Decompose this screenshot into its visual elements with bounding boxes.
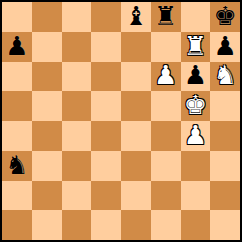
chess-board-container: ♝♜♚♟♜♟♟♟♞♚♟♞ [0, 0, 242, 242]
square-e6[interactable] [121, 62, 151, 92]
square-a6[interactable] [2, 62, 32, 92]
square-f7[interactable] [151, 32, 181, 62]
square-a2[interactable] [2, 181, 32, 211]
square-a3[interactable]: ♞ [2, 151, 32, 181]
square-b4[interactable] [32, 121, 62, 151]
square-b1[interactable] [32, 210, 62, 240]
square-h7[interactable]: ♟ [210, 32, 240, 62]
square-h2[interactable] [210, 181, 240, 211]
square-h8[interactable]: ♚ [210, 2, 240, 32]
square-c2[interactable] [62, 181, 92, 211]
square-b5[interactable] [32, 91, 62, 121]
square-g4[interactable]: ♟ [181, 121, 211, 151]
square-d1[interactable] [91, 210, 121, 240]
piece-black-rook[interactable]: ♜ [154, 3, 177, 29]
piece-black-bishop[interactable]: ♝ [124, 3, 147, 29]
square-e3[interactable] [121, 151, 151, 181]
square-g2[interactable] [181, 181, 211, 211]
square-g3[interactable] [181, 151, 211, 181]
square-c8[interactable] [62, 2, 92, 32]
square-d4[interactable] [91, 121, 121, 151]
square-a5[interactable] [2, 91, 32, 121]
square-f1[interactable] [151, 210, 181, 240]
square-f4[interactable] [151, 121, 181, 151]
chess-board: ♝♜♚♟♜♟♟♟♞♚♟♞ [0, 0, 242, 242]
square-f5[interactable] [151, 91, 181, 121]
square-d8[interactable] [91, 2, 121, 32]
square-h1[interactable] [210, 210, 240, 240]
square-c3[interactable] [62, 151, 92, 181]
square-d6[interactable] [91, 62, 121, 92]
square-f3[interactable] [151, 151, 181, 181]
piece-white-knight[interactable]: ♞ [213, 62, 236, 88]
square-g1[interactable] [181, 210, 211, 240]
square-c4[interactable] [62, 121, 92, 151]
square-f8[interactable]: ♜ [151, 2, 181, 32]
piece-black-knight[interactable]: ♞ [5, 152, 28, 178]
square-h3[interactable] [210, 151, 240, 181]
square-d5[interactable] [91, 91, 121, 121]
piece-white-pawn[interactable]: ♟ [154, 62, 177, 88]
square-b2[interactable] [32, 181, 62, 211]
square-e5[interactable] [121, 91, 151, 121]
square-d3[interactable] [91, 151, 121, 181]
piece-black-pawn[interactable]: ♟ [213, 33, 236, 59]
square-d7[interactable] [91, 32, 121, 62]
piece-black-pawn[interactable]: ♟ [5, 33, 28, 59]
square-e2[interactable] [121, 181, 151, 211]
square-d2[interactable] [91, 181, 121, 211]
piece-white-pawn[interactable]: ♟ [184, 122, 207, 148]
square-c1[interactable] [62, 210, 92, 240]
square-c7[interactable] [62, 32, 92, 62]
piece-white-rook[interactable]: ♜ [184, 33, 207, 59]
square-g6[interactable]: ♟ [181, 62, 211, 92]
square-b7[interactable] [32, 32, 62, 62]
square-f6[interactable]: ♟ [151, 62, 181, 92]
square-b6[interactable] [32, 62, 62, 92]
square-h5[interactable] [210, 91, 240, 121]
square-g5[interactable]: ♚ [181, 91, 211, 121]
square-h6[interactable]: ♞ [210, 62, 240, 92]
piece-white-king[interactable]: ♚ [184, 92, 207, 118]
square-a7[interactable]: ♟ [2, 32, 32, 62]
piece-black-pawn[interactable]: ♟ [184, 62, 207, 88]
square-e7[interactable] [121, 32, 151, 62]
square-g8[interactable] [181, 2, 211, 32]
square-a4[interactable] [2, 121, 32, 151]
square-e8[interactable]: ♝ [121, 2, 151, 32]
square-f2[interactable] [151, 181, 181, 211]
square-b3[interactable] [32, 151, 62, 181]
square-b8[interactable] [32, 2, 62, 32]
square-e1[interactable] [121, 210, 151, 240]
square-c5[interactable] [62, 91, 92, 121]
square-h4[interactable] [210, 121, 240, 151]
square-a8[interactable] [2, 2, 32, 32]
square-a1[interactable] [2, 210, 32, 240]
square-g7[interactable]: ♜ [181, 32, 211, 62]
square-e4[interactable] [121, 121, 151, 151]
piece-black-king[interactable]: ♚ [213, 3, 236, 29]
square-c6[interactable] [62, 62, 92, 92]
